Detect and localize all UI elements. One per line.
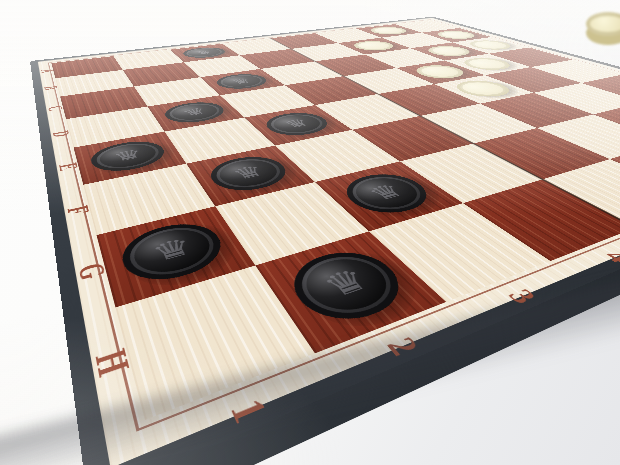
captured-white-piece[interactable]: [586, 12, 620, 48]
crown-emblem: ♛: [317, 264, 377, 303]
crown-emblem: ♛: [280, 117, 314, 130]
crown-emblem: ♛: [194, 49, 216, 55]
crown-emblem: ♛: [229, 163, 269, 182]
crown-emblem: ♛: [363, 181, 410, 203]
crown-emblem: ♛: [111, 147, 146, 164]
crown-emblem: ♛: [229, 77, 255, 86]
board-scene: ABCDEFGH12345678 ♛♛♛♛♛♛♛♛♛♛♛♛♛♛♛♛♛: [0, 0, 620, 465]
photo-stage: ABCDEFGH12345678 ♛♛♛♛♛♛♛♛♛♛♛♛♛♛♛♛♛: [0, 0, 620, 465]
checkers-board: ABCDEFGH12345678 ♛♛♛♛♛♛♛♛♛♛♛♛♛♛♛♛♛: [30, 17, 620, 465]
crown-emblem: ♛: [180, 106, 210, 118]
crown-emblem: ♛: [148, 234, 197, 266]
